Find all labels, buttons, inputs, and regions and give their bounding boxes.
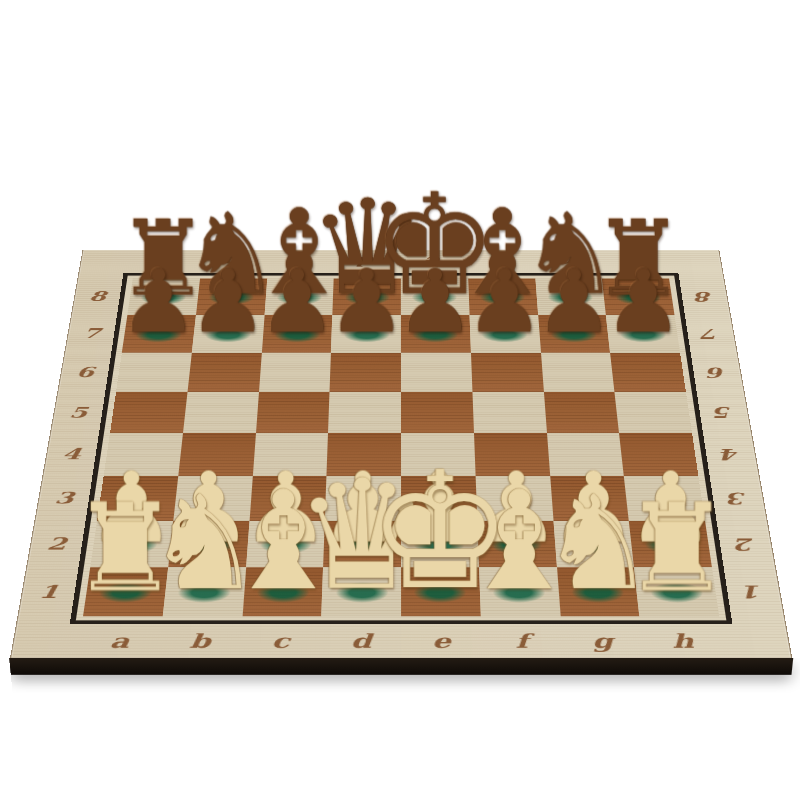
chess-board: abcdefgh abcdefgh 87654321 87654321 ♜♞♝♛… xyxy=(10,250,792,659)
square-a7[interactable]: ♟ xyxy=(122,315,196,353)
piece-white-rook-h1[interactable]: ♜ xyxy=(622,487,731,608)
square-c6[interactable] xyxy=(259,353,332,392)
square-d7[interactable]: ♟ xyxy=(331,315,401,353)
file-label-f: f xyxy=(481,625,563,656)
square-g5[interactable] xyxy=(543,392,619,433)
piece-black-pawn-f7[interactable]: ♟ xyxy=(465,258,543,345)
board-side-edge xyxy=(9,658,793,675)
rank-label-6: 6 xyxy=(693,353,742,392)
square-f7[interactable]: ♟ xyxy=(469,315,540,353)
square-h6[interactable] xyxy=(610,353,686,392)
file-label-b: b xyxy=(158,625,241,656)
square-e6[interactable] xyxy=(401,353,472,392)
rank-label-7: 7 xyxy=(687,315,735,353)
square-b5[interactable] xyxy=(183,392,259,433)
rank-label-8: 8 xyxy=(681,278,728,314)
piece-black-pawn-e7[interactable]: ♟ xyxy=(396,258,474,345)
rank-label-7: 7 xyxy=(67,315,115,353)
square-h5[interactable] xyxy=(615,392,692,433)
square-e7[interactable]: ♟ xyxy=(401,315,471,353)
square-f6[interactable] xyxy=(471,353,544,392)
piece-black-pawn-d7[interactable]: ♟ xyxy=(327,258,405,345)
square-h1[interactable]: ♜ xyxy=(634,567,719,616)
square-h7[interactable]: ♟ xyxy=(606,315,680,353)
rank-label-5: 5 xyxy=(699,392,749,433)
rank-label-5: 5 xyxy=(53,392,103,433)
square-e5[interactable] xyxy=(401,392,474,433)
file-label-c: c xyxy=(239,625,321,656)
piece-black-pawn-c7[interactable]: ♟ xyxy=(258,258,336,345)
playing-area-border: ♜♞♝♛♚♝♞♜♟♟♟♟♟♟♟♟♟♟♟♟♟♟♟♟♜♞♝♛♚♝♞♜ xyxy=(70,273,733,624)
piece-black-pawn-b7[interactable]: ♟ xyxy=(189,258,267,345)
square-c5[interactable] xyxy=(256,392,330,433)
square-g6[interactable] xyxy=(541,353,615,392)
rank-label-1: 1 xyxy=(726,567,782,616)
square-a6[interactable] xyxy=(116,353,192,392)
piece-black-pawn-a7[interactable]: ♟ xyxy=(120,258,198,345)
file-label-a: a xyxy=(77,625,161,656)
file-label-g: g xyxy=(561,625,644,656)
file-label-h: h xyxy=(641,625,725,656)
square-f5[interactable] xyxy=(472,392,546,433)
piece-black-pawn-g7[interactable]: ♟ xyxy=(535,258,613,345)
file-label-d: d xyxy=(320,625,401,656)
square-b7[interactable]: ♟ xyxy=(192,315,265,353)
file-labels-bottom: abcdefgh xyxy=(77,625,725,656)
square-g7[interactable]: ♟ xyxy=(538,315,611,353)
rank-label-8: 8 xyxy=(74,278,121,314)
square-b6[interactable] xyxy=(187,353,261,392)
square-c7[interactable]: ♟ xyxy=(261,315,332,353)
rank-label-6: 6 xyxy=(60,353,109,392)
square-a5[interactable] xyxy=(110,392,187,433)
squares-grid: ♜♞♝♛♚♝♞♜♟♟♟♟♟♟♟♟♟♟♟♟♟♟♟♟♜♞♝♛♚♝♞♜ xyxy=(83,278,719,616)
square-d5[interactable] xyxy=(328,392,401,433)
chess-set-photo: abcdefgh abcdefgh 87654321 87654321 ♜♞♝♛… xyxy=(0,0,800,800)
rank-label-1: 1 xyxy=(21,567,77,616)
square-d6[interactable] xyxy=(330,353,401,392)
piece-black-pawn-h7[interactable]: ♟ xyxy=(604,258,682,345)
file-label-e: e xyxy=(401,625,482,656)
